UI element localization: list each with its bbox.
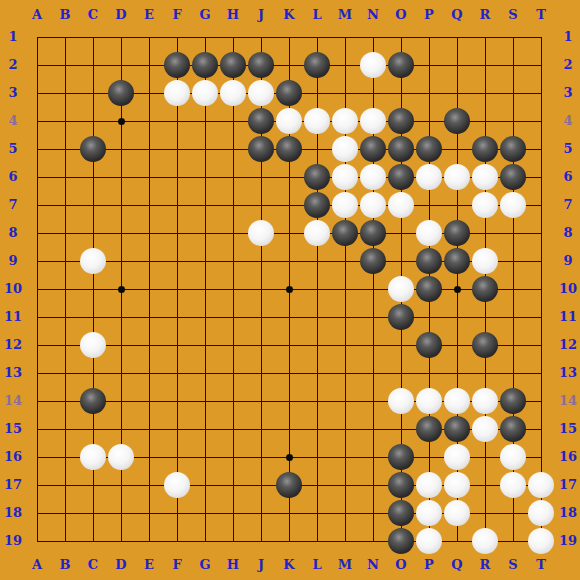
intersection-T19[interactable] xyxy=(527,527,555,555)
intersection-C1[interactable] xyxy=(79,23,107,51)
intersection-A4[interactable] xyxy=(23,107,51,135)
intersection-B6[interactable] xyxy=(51,163,79,191)
intersection-L4[interactable] xyxy=(303,107,331,135)
intersection-K17[interactable] xyxy=(275,471,303,499)
intersection-H15[interactable] xyxy=(219,415,247,443)
intersection-L16[interactable] xyxy=(303,443,331,471)
intersection-E16[interactable] xyxy=(135,443,163,471)
intersection-K8[interactable] xyxy=(275,219,303,247)
intersection-H10[interactable] xyxy=(219,275,247,303)
intersection-P3[interactable] xyxy=(415,79,443,107)
intersection-E6[interactable] xyxy=(135,163,163,191)
intersection-N8[interactable] xyxy=(359,219,387,247)
intersection-M1[interactable] xyxy=(331,23,359,51)
intersection-R14[interactable] xyxy=(471,387,499,415)
intersection-E1[interactable] xyxy=(135,23,163,51)
intersection-N12[interactable] xyxy=(359,331,387,359)
intersection-L2[interactable] xyxy=(303,51,331,79)
intersection-E12[interactable] xyxy=(135,331,163,359)
intersection-N13[interactable] xyxy=(359,359,387,387)
intersection-J12[interactable] xyxy=(247,331,275,359)
intersection-A17[interactable] xyxy=(23,471,51,499)
intersection-K3[interactable] xyxy=(275,79,303,107)
intersection-R2[interactable] xyxy=(471,51,499,79)
intersection-M17[interactable] xyxy=(331,471,359,499)
intersection-O4[interactable] xyxy=(387,107,415,135)
intersection-N6[interactable] xyxy=(359,163,387,191)
intersection-B5[interactable] xyxy=(51,135,79,163)
intersection-K5[interactable] xyxy=(275,135,303,163)
intersection-T5[interactable] xyxy=(527,135,555,163)
intersection-T1[interactable] xyxy=(527,23,555,51)
intersection-J15[interactable] xyxy=(247,415,275,443)
intersection-S13[interactable] xyxy=(499,359,527,387)
intersection-M12[interactable] xyxy=(331,331,359,359)
intersection-P12[interactable] xyxy=(415,331,443,359)
intersection-K15[interactable] xyxy=(275,415,303,443)
intersection-R3[interactable] xyxy=(471,79,499,107)
intersection-G7[interactable] xyxy=(191,191,219,219)
intersection-O6[interactable] xyxy=(387,163,415,191)
intersection-H6[interactable] xyxy=(219,163,247,191)
intersection-M10[interactable] xyxy=(331,275,359,303)
intersection-S9[interactable] xyxy=(499,247,527,275)
intersection-G3[interactable] xyxy=(191,79,219,107)
intersection-K19[interactable] xyxy=(275,527,303,555)
intersection-L7[interactable] xyxy=(303,191,331,219)
intersection-S1[interactable] xyxy=(499,23,527,51)
intersection-R17[interactable] xyxy=(471,471,499,499)
intersection-H18[interactable] xyxy=(219,499,247,527)
intersection-H11[interactable] xyxy=(219,303,247,331)
intersection-P9[interactable] xyxy=(415,247,443,275)
intersection-Q17[interactable] xyxy=(443,471,471,499)
intersection-F11[interactable] xyxy=(163,303,191,331)
intersection-S16[interactable] xyxy=(499,443,527,471)
intersection-R7[interactable] xyxy=(471,191,499,219)
intersection-K1[interactable] xyxy=(275,23,303,51)
intersection-D12[interactable] xyxy=(107,331,135,359)
intersection-P16[interactable] xyxy=(415,443,443,471)
intersection-O14[interactable] xyxy=(387,387,415,415)
intersection-J3[interactable] xyxy=(247,79,275,107)
intersection-M15[interactable] xyxy=(331,415,359,443)
intersection-F14[interactable] xyxy=(163,387,191,415)
intersection-N11[interactable] xyxy=(359,303,387,331)
intersection-O8[interactable] xyxy=(387,219,415,247)
intersection-B15[interactable] xyxy=(51,415,79,443)
intersection-T7[interactable] xyxy=(527,191,555,219)
intersection-D4[interactable] xyxy=(107,107,135,135)
intersection-D10[interactable] xyxy=(107,275,135,303)
intersection-C8[interactable] xyxy=(79,219,107,247)
intersection-A13[interactable] xyxy=(23,359,51,387)
intersection-F6[interactable] xyxy=(163,163,191,191)
intersection-R4[interactable] xyxy=(471,107,499,135)
intersection-C19[interactable] xyxy=(79,527,107,555)
intersection-T12[interactable] xyxy=(527,331,555,359)
intersection-S5[interactable] xyxy=(499,135,527,163)
intersection-D7[interactable] xyxy=(107,191,135,219)
intersection-A12[interactable] xyxy=(23,331,51,359)
intersection-O18[interactable] xyxy=(387,499,415,527)
intersection-G1[interactable] xyxy=(191,23,219,51)
intersection-P17[interactable] xyxy=(415,471,443,499)
intersection-A9[interactable] xyxy=(23,247,51,275)
intersection-F18[interactable] xyxy=(163,499,191,527)
intersection-T10[interactable] xyxy=(527,275,555,303)
intersection-B14[interactable] xyxy=(51,387,79,415)
intersection-D14[interactable] xyxy=(107,387,135,415)
intersection-B7[interactable] xyxy=(51,191,79,219)
intersection-E17[interactable] xyxy=(135,471,163,499)
intersection-A3[interactable] xyxy=(23,79,51,107)
intersection-L15[interactable] xyxy=(303,415,331,443)
intersection-B11[interactable] xyxy=(51,303,79,331)
intersection-J11[interactable] xyxy=(247,303,275,331)
intersection-E19[interactable] xyxy=(135,527,163,555)
intersection-E4[interactable] xyxy=(135,107,163,135)
intersection-B19[interactable] xyxy=(51,527,79,555)
intersection-N16[interactable] xyxy=(359,443,387,471)
intersection-S18[interactable] xyxy=(499,499,527,527)
intersection-M6[interactable] xyxy=(331,163,359,191)
intersection-C3[interactable] xyxy=(79,79,107,107)
intersection-Q1[interactable] xyxy=(443,23,471,51)
intersection-D18[interactable] xyxy=(107,499,135,527)
intersection-D2[interactable] xyxy=(107,51,135,79)
intersection-T3[interactable] xyxy=(527,79,555,107)
intersection-C15[interactable] xyxy=(79,415,107,443)
intersection-C10[interactable] xyxy=(79,275,107,303)
intersection-F9[interactable] xyxy=(163,247,191,275)
intersection-M7[interactable] xyxy=(331,191,359,219)
intersection-H16[interactable] xyxy=(219,443,247,471)
intersection-L11[interactable] xyxy=(303,303,331,331)
intersection-J6[interactable] xyxy=(247,163,275,191)
intersection-F15[interactable] xyxy=(163,415,191,443)
intersection-S19[interactable] xyxy=(499,527,527,555)
intersection-B17[interactable] xyxy=(51,471,79,499)
intersection-S10[interactable] xyxy=(499,275,527,303)
intersection-B9[interactable] xyxy=(51,247,79,275)
intersection-O16[interactable] xyxy=(387,443,415,471)
intersection-Q3[interactable] xyxy=(443,79,471,107)
intersection-O1[interactable] xyxy=(387,23,415,51)
intersection-G16[interactable] xyxy=(191,443,219,471)
intersection-A1[interactable] xyxy=(23,23,51,51)
intersection-G6[interactable] xyxy=(191,163,219,191)
intersection-C11[interactable] xyxy=(79,303,107,331)
intersection-S4[interactable] xyxy=(499,107,527,135)
intersection-Q19[interactable] xyxy=(443,527,471,555)
intersection-J19[interactable] xyxy=(247,527,275,555)
intersection-H4[interactable] xyxy=(219,107,247,135)
intersection-F2[interactable] xyxy=(163,51,191,79)
intersection-S15[interactable] xyxy=(499,415,527,443)
intersection-J14[interactable] xyxy=(247,387,275,415)
intersection-L6[interactable] xyxy=(303,163,331,191)
intersection-C5[interactable] xyxy=(79,135,107,163)
intersection-S8[interactable] xyxy=(499,219,527,247)
intersection-C12[interactable] xyxy=(79,331,107,359)
intersection-E9[interactable] xyxy=(135,247,163,275)
intersection-C17[interactable] xyxy=(79,471,107,499)
intersection-J2[interactable] xyxy=(247,51,275,79)
intersection-R6[interactable] xyxy=(471,163,499,191)
intersection-A7[interactable] xyxy=(23,191,51,219)
intersection-G9[interactable] xyxy=(191,247,219,275)
intersection-F8[interactable] xyxy=(163,219,191,247)
intersection-S12[interactable] xyxy=(499,331,527,359)
intersection-S3[interactable] xyxy=(499,79,527,107)
intersection-B18[interactable] xyxy=(51,499,79,527)
intersection-A11[interactable] xyxy=(23,303,51,331)
intersection-S2[interactable] xyxy=(499,51,527,79)
intersection-S14[interactable] xyxy=(499,387,527,415)
intersection-L5[interactable] xyxy=(303,135,331,163)
intersection-R18[interactable] xyxy=(471,499,499,527)
intersection-H3[interactable] xyxy=(219,79,247,107)
intersection-K18[interactable] xyxy=(275,499,303,527)
intersection-K14[interactable] xyxy=(275,387,303,415)
intersection-E14[interactable] xyxy=(135,387,163,415)
intersection-Q2[interactable] xyxy=(443,51,471,79)
intersection-P13[interactable] xyxy=(415,359,443,387)
intersection-L14[interactable] xyxy=(303,387,331,415)
intersection-N14[interactable] xyxy=(359,387,387,415)
intersection-G4[interactable] xyxy=(191,107,219,135)
intersection-B10[interactable] xyxy=(51,275,79,303)
intersection-L3[interactable] xyxy=(303,79,331,107)
intersection-P10[interactable] xyxy=(415,275,443,303)
intersection-D5[interactable] xyxy=(107,135,135,163)
intersection-Q11[interactable] xyxy=(443,303,471,331)
intersection-P1[interactable] xyxy=(415,23,443,51)
intersection-P15[interactable] xyxy=(415,415,443,443)
intersection-L8[interactable] xyxy=(303,219,331,247)
intersection-Q7[interactable] xyxy=(443,191,471,219)
intersection-H2[interactable] xyxy=(219,51,247,79)
intersection-G11[interactable] xyxy=(191,303,219,331)
intersection-B1[interactable] xyxy=(51,23,79,51)
intersection-N2[interactable] xyxy=(359,51,387,79)
intersection-E5[interactable] xyxy=(135,135,163,163)
intersection-T18[interactable] xyxy=(527,499,555,527)
intersection-K10[interactable] xyxy=(275,275,303,303)
intersection-O5[interactable] xyxy=(387,135,415,163)
intersection-N19[interactable] xyxy=(359,527,387,555)
intersection-N10[interactable] xyxy=(359,275,387,303)
intersection-H9[interactable] xyxy=(219,247,247,275)
intersection-C9[interactable] xyxy=(79,247,107,275)
intersection-S17[interactable] xyxy=(499,471,527,499)
intersection-D1[interactable] xyxy=(107,23,135,51)
intersection-G5[interactable] xyxy=(191,135,219,163)
intersection-F7[interactable] xyxy=(163,191,191,219)
intersection-M16[interactable] xyxy=(331,443,359,471)
intersection-E18[interactable] xyxy=(135,499,163,527)
intersection-P14[interactable] xyxy=(415,387,443,415)
intersection-S7[interactable] xyxy=(499,191,527,219)
intersection-N3[interactable] xyxy=(359,79,387,107)
intersection-Q14[interactable] xyxy=(443,387,471,415)
intersection-J17[interactable] xyxy=(247,471,275,499)
intersection-S6[interactable] xyxy=(499,163,527,191)
intersection-N7[interactable] xyxy=(359,191,387,219)
intersection-J10[interactable] xyxy=(247,275,275,303)
intersection-K11[interactable] xyxy=(275,303,303,331)
intersection-C14[interactable] xyxy=(79,387,107,415)
intersection-O13[interactable] xyxy=(387,359,415,387)
intersection-B16[interactable] xyxy=(51,443,79,471)
intersection-Q13[interactable] xyxy=(443,359,471,387)
intersection-Q16[interactable] xyxy=(443,443,471,471)
intersection-R13[interactable] xyxy=(471,359,499,387)
intersection-F4[interactable] xyxy=(163,107,191,135)
intersection-G18[interactable] xyxy=(191,499,219,527)
intersection-J1[interactable] xyxy=(247,23,275,51)
intersection-E2[interactable] xyxy=(135,51,163,79)
intersection-N4[interactable] xyxy=(359,107,387,135)
intersection-P5[interactable] xyxy=(415,135,443,163)
intersection-P19[interactable] xyxy=(415,527,443,555)
intersection-P2[interactable] xyxy=(415,51,443,79)
intersection-O11[interactable] xyxy=(387,303,415,331)
intersection-F3[interactable] xyxy=(163,79,191,107)
intersection-Q6[interactable] xyxy=(443,163,471,191)
intersection-L12[interactable] xyxy=(303,331,331,359)
intersection-J9[interactable] xyxy=(247,247,275,275)
intersection-T11[interactable] xyxy=(527,303,555,331)
intersection-G8[interactable] xyxy=(191,219,219,247)
intersection-J4[interactable] xyxy=(247,107,275,135)
intersection-M3[interactable] xyxy=(331,79,359,107)
intersection-A16[interactable] xyxy=(23,443,51,471)
intersection-D16[interactable] xyxy=(107,443,135,471)
intersection-H14[interactable] xyxy=(219,387,247,415)
intersection-H12[interactable] xyxy=(219,331,247,359)
intersection-K7[interactable] xyxy=(275,191,303,219)
intersection-R15[interactable] xyxy=(471,415,499,443)
intersection-Q12[interactable] xyxy=(443,331,471,359)
intersection-K9[interactable] xyxy=(275,247,303,275)
intersection-O7[interactable] xyxy=(387,191,415,219)
intersection-S11[interactable] xyxy=(499,303,527,331)
intersection-C7[interactable] xyxy=(79,191,107,219)
intersection-E7[interactable] xyxy=(135,191,163,219)
intersection-M8[interactable] xyxy=(331,219,359,247)
intersection-G15[interactable] xyxy=(191,415,219,443)
intersection-C18[interactable] xyxy=(79,499,107,527)
intersection-O9[interactable] xyxy=(387,247,415,275)
intersection-G13[interactable] xyxy=(191,359,219,387)
intersection-Q10[interactable] xyxy=(443,275,471,303)
intersection-P4[interactable] xyxy=(415,107,443,135)
intersection-A18[interactable] xyxy=(23,499,51,527)
intersection-K13[interactable] xyxy=(275,359,303,387)
intersection-E11[interactable] xyxy=(135,303,163,331)
intersection-H7[interactable] xyxy=(219,191,247,219)
intersection-M13[interactable] xyxy=(331,359,359,387)
intersection-J7[interactable] xyxy=(247,191,275,219)
intersection-F13[interactable] xyxy=(163,359,191,387)
intersection-Q8[interactable] xyxy=(443,219,471,247)
intersection-C4[interactable] xyxy=(79,107,107,135)
intersection-O19[interactable] xyxy=(387,527,415,555)
intersection-P6[interactable] xyxy=(415,163,443,191)
intersection-P8[interactable] xyxy=(415,219,443,247)
intersection-K16[interactable] xyxy=(275,443,303,471)
intersection-B8[interactable] xyxy=(51,219,79,247)
intersection-N17[interactable] xyxy=(359,471,387,499)
intersection-R5[interactable] xyxy=(471,135,499,163)
intersection-D13[interactable] xyxy=(107,359,135,387)
intersection-F16[interactable] xyxy=(163,443,191,471)
intersection-D19[interactable] xyxy=(107,527,135,555)
intersection-A15[interactable] xyxy=(23,415,51,443)
intersection-D17[interactable] xyxy=(107,471,135,499)
intersection-T2[interactable] xyxy=(527,51,555,79)
intersection-D11[interactable] xyxy=(107,303,135,331)
intersection-L19[interactable] xyxy=(303,527,331,555)
intersection-O17[interactable] xyxy=(387,471,415,499)
intersection-F1[interactable] xyxy=(163,23,191,51)
intersection-E3[interactable] xyxy=(135,79,163,107)
intersection-F12[interactable] xyxy=(163,331,191,359)
intersection-R9[interactable] xyxy=(471,247,499,275)
intersection-R10[interactable] xyxy=(471,275,499,303)
intersection-N1[interactable] xyxy=(359,23,387,51)
intersection-A14[interactable] xyxy=(23,387,51,415)
intersection-T9[interactable] xyxy=(527,247,555,275)
intersection-K4[interactable] xyxy=(275,107,303,135)
intersection-M14[interactable] xyxy=(331,387,359,415)
intersection-D15[interactable] xyxy=(107,415,135,443)
intersection-J5[interactable] xyxy=(247,135,275,163)
intersection-Q15[interactable] xyxy=(443,415,471,443)
intersection-D6[interactable] xyxy=(107,163,135,191)
intersection-N9[interactable] xyxy=(359,247,387,275)
intersection-B13[interactable] xyxy=(51,359,79,387)
intersection-O15[interactable] xyxy=(387,415,415,443)
intersection-L1[interactable] xyxy=(303,23,331,51)
intersection-L9[interactable] xyxy=(303,247,331,275)
intersection-F17[interactable] xyxy=(163,471,191,499)
intersection-E10[interactable] xyxy=(135,275,163,303)
intersection-C16[interactable] xyxy=(79,443,107,471)
intersection-T6[interactable] xyxy=(527,163,555,191)
intersection-F19[interactable] xyxy=(163,527,191,555)
intersection-F10[interactable] xyxy=(163,275,191,303)
intersection-E15[interactable] xyxy=(135,415,163,443)
intersection-O10[interactable] xyxy=(387,275,415,303)
intersection-P11[interactable] xyxy=(415,303,443,331)
intersection-J16[interactable] xyxy=(247,443,275,471)
intersection-Q4[interactable] xyxy=(443,107,471,135)
intersection-M2[interactable] xyxy=(331,51,359,79)
intersection-N18[interactable] xyxy=(359,499,387,527)
intersection-Q5[interactable] xyxy=(443,135,471,163)
intersection-H5[interactable] xyxy=(219,135,247,163)
intersection-D9[interactable] xyxy=(107,247,135,275)
intersection-A5[interactable] xyxy=(23,135,51,163)
intersection-A19[interactable] xyxy=(23,527,51,555)
intersection-L10[interactable] xyxy=(303,275,331,303)
intersection-K2[interactable] xyxy=(275,51,303,79)
intersection-O12[interactable] xyxy=(387,331,415,359)
intersection-G14[interactable] xyxy=(191,387,219,415)
